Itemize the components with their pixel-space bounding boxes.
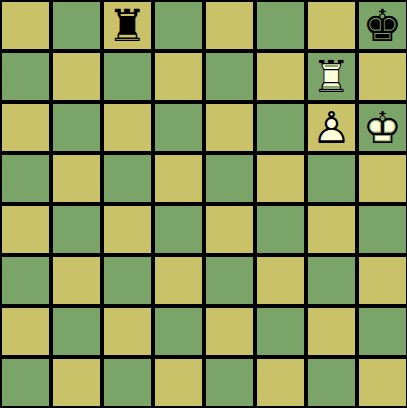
black-king[interactable]: ♚	[359, 2, 406, 49]
square-b5[interactable]	[53, 155, 100, 202]
square-d5[interactable]	[155, 155, 202, 202]
square-c5[interactable]	[104, 155, 151, 202]
square-h4[interactable]	[359, 206, 406, 253]
square-h1[interactable]	[359, 359, 406, 406]
square-e5[interactable]	[206, 155, 253, 202]
square-f4[interactable]	[257, 206, 304, 253]
square-g7[interactable]: ♜♖	[308, 53, 355, 100]
square-e4[interactable]	[206, 206, 253, 253]
square-c6[interactable]	[104, 104, 151, 151]
square-d2[interactable]	[155, 308, 202, 355]
black-king-glyph: ♚	[359, 2, 406, 49]
square-g8[interactable]	[308, 2, 355, 49]
square-g6[interactable]: ♟♙	[308, 104, 355, 151]
square-e3[interactable]	[206, 257, 253, 304]
square-e2[interactable]	[206, 308, 253, 355]
square-a7[interactable]	[2, 53, 49, 100]
square-h7[interactable]	[359, 53, 406, 100]
square-c1[interactable]	[104, 359, 151, 406]
square-a8[interactable]	[2, 2, 49, 49]
square-g3[interactable]	[308, 257, 355, 304]
square-f8[interactable]	[257, 2, 304, 49]
square-c3[interactable]	[104, 257, 151, 304]
square-f1[interactable]	[257, 359, 304, 406]
square-h3[interactable]	[359, 257, 406, 304]
square-d3[interactable]	[155, 257, 202, 304]
square-f3[interactable]	[257, 257, 304, 304]
square-g1[interactable]	[308, 359, 355, 406]
square-c2[interactable]	[104, 308, 151, 355]
square-e6[interactable]	[206, 104, 253, 151]
square-d4[interactable]	[155, 206, 202, 253]
square-d6[interactable]	[155, 104, 202, 151]
square-a3[interactable]	[2, 257, 49, 304]
square-c8[interactable]: ♜	[104, 2, 151, 49]
square-a5[interactable]	[2, 155, 49, 202]
square-h2[interactable]	[359, 308, 406, 355]
square-b7[interactable]	[53, 53, 100, 100]
white-pawn-outline: ♙	[308, 104, 355, 151]
square-b6[interactable]	[53, 104, 100, 151]
square-c7[interactable]	[104, 53, 151, 100]
square-f7[interactable]	[257, 53, 304, 100]
square-f5[interactable]	[257, 155, 304, 202]
white-rook[interactable]: ♜♖	[308, 53, 355, 100]
square-b1[interactable]	[53, 359, 100, 406]
square-a6[interactable]	[2, 104, 49, 151]
white-king-outline: ♔	[359, 104, 406, 151]
square-a2[interactable]	[2, 308, 49, 355]
square-h5[interactable]	[359, 155, 406, 202]
square-e7[interactable]	[206, 53, 253, 100]
black-rook-glyph: ♜	[104, 2, 151, 49]
white-rook-outline: ♖	[308, 53, 355, 100]
chess-board: ♜♚♜♖♟♙♚♔	[0, 0, 407, 408]
white-pawn[interactable]: ♟♙	[308, 104, 355, 151]
square-b2[interactable]	[53, 308, 100, 355]
square-b8[interactable]	[53, 2, 100, 49]
square-c4[interactable]	[104, 206, 151, 253]
square-d8[interactable]	[155, 2, 202, 49]
square-g2[interactable]	[308, 308, 355, 355]
square-b4[interactable]	[53, 206, 100, 253]
square-a1[interactable]	[2, 359, 49, 406]
square-b3[interactable]	[53, 257, 100, 304]
square-h6[interactable]: ♚♔	[359, 104, 406, 151]
square-h8[interactable]: ♚	[359, 2, 406, 49]
square-f2[interactable]	[257, 308, 304, 355]
square-e1[interactable]	[206, 359, 253, 406]
white-king[interactable]: ♚♔	[359, 104, 406, 151]
square-e8[interactable]	[206, 2, 253, 49]
square-f6[interactable]	[257, 104, 304, 151]
square-g5[interactable]	[308, 155, 355, 202]
square-a4[interactable]	[2, 206, 49, 253]
square-d7[interactable]	[155, 53, 202, 100]
square-g4[interactable]	[308, 206, 355, 253]
chess-board-window: ♜♚♜♖♟♙♚♔	[0, 0, 407, 408]
black-rook[interactable]: ♜	[104, 2, 151, 49]
square-d1[interactable]	[155, 359, 202, 406]
